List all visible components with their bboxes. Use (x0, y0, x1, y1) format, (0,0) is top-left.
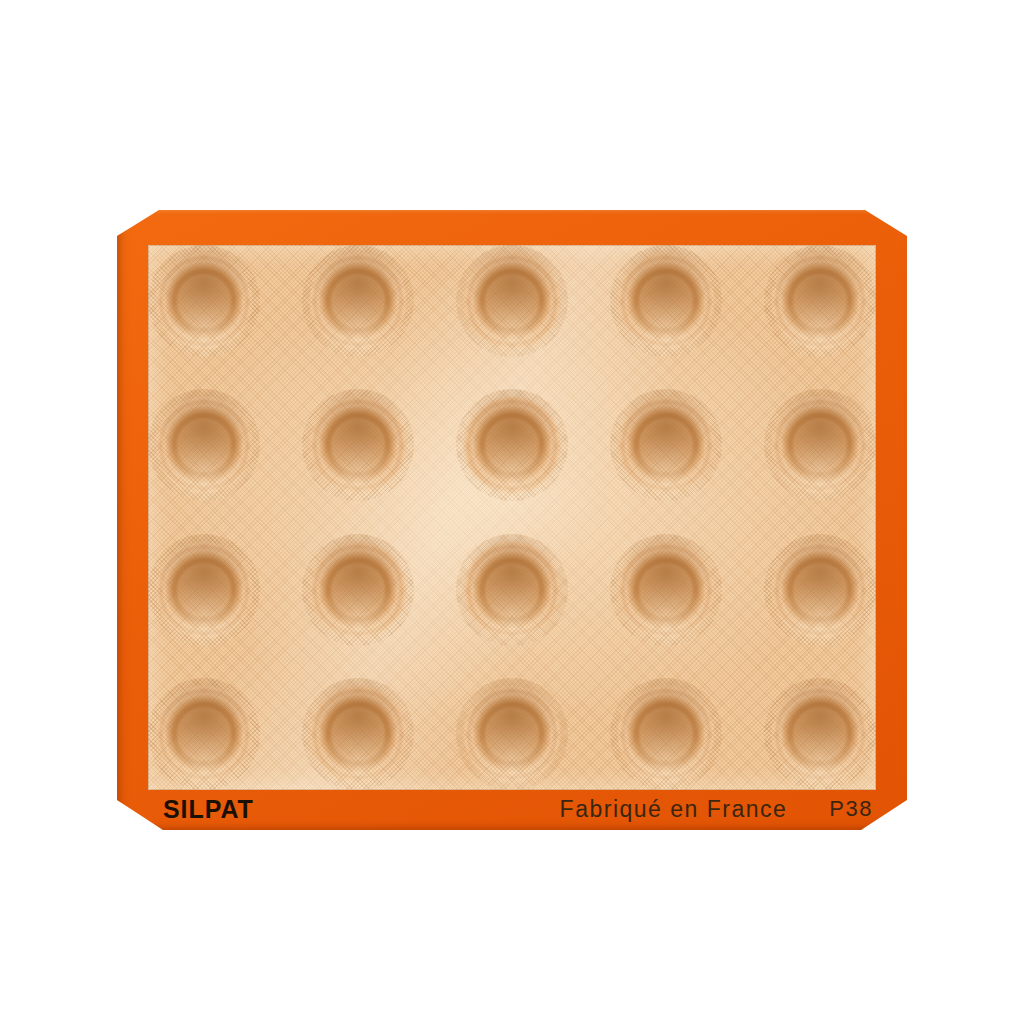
well-r4-c2 (302, 678, 414, 790)
well-r3-c5 (764, 534, 876, 646)
well-r3-c2 (302, 534, 414, 646)
stamp-right-group: Fabriqué en France P38 (560, 796, 873, 823)
origin-text: Fabriqué en France (560, 796, 788, 823)
well-r4-c3 (456, 678, 568, 790)
well-r3-c1 (148, 534, 260, 646)
well-r2-c3 (456, 389, 568, 501)
brand-text: SILPAT (163, 794, 254, 825)
well-r2-c5 (764, 389, 876, 501)
baking-mat: SILPAT Fabriqué en France P38 (117, 210, 907, 830)
well-r2-c1 (148, 389, 260, 501)
well-r3-c4 (610, 534, 722, 646)
well-r3-c3 (456, 534, 568, 646)
well-r1-c4 (610, 245, 722, 357)
well-r2-c2 (302, 389, 414, 501)
well-r1-c2 (302, 245, 414, 357)
well-r4-c4 (610, 678, 722, 790)
well-r1-c3 (456, 245, 568, 357)
wells-grid (148, 245, 876, 790)
well-r4-c1 (148, 678, 260, 790)
model-number-text: P38 (829, 796, 873, 822)
product-photo: SILPAT Fabriqué en France P38 (0, 0, 1024, 1024)
well-r1-c1 (148, 245, 260, 357)
mat-woven-surface (148, 245, 876, 790)
well-r1-c5 (764, 245, 876, 357)
well-r2-c4 (610, 389, 722, 501)
mat-bottom-border: SILPAT Fabriqué en France P38 (117, 790, 907, 830)
well-r4-c5 (764, 678, 876, 790)
